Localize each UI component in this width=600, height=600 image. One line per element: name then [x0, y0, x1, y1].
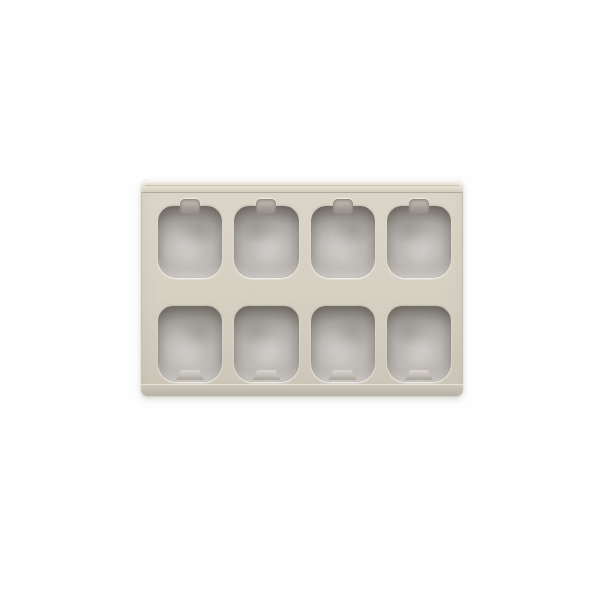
pit-bottom-3[interactable]: [311, 306, 375, 382]
pit-grid: [141, 193, 463, 396]
pit-top-notch: [333, 199, 353, 214]
pit-top-1[interactable]: [158, 206, 222, 278]
pit-top-2[interactable]: [234, 206, 298, 278]
pit-bottom-tab: [252, 370, 280, 380]
pit-top-3[interactable]: [311, 206, 375, 278]
board-top-face: [141, 180, 463, 193]
pit-bottom-tab: [329, 370, 357, 380]
pit-bottom-tab: [405, 370, 433, 380]
pit-bottom-1[interactable]: [158, 306, 222, 382]
pit-bottom-2[interactable]: [234, 306, 298, 382]
pit-top-notch: [180, 199, 200, 214]
pit-top-notch: [409, 199, 429, 214]
pit-top-4[interactable]: [387, 206, 451, 278]
pit-bottom-tab: [176, 370, 204, 380]
product-photo-scene: [0, 0, 600, 600]
pit-bottom-4[interactable]: [387, 306, 451, 382]
pit-top-notch: [256, 199, 276, 214]
mancala-pit-board: [141, 180, 463, 396]
